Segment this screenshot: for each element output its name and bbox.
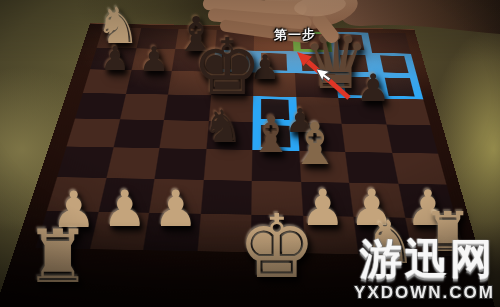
square-h3[interactable]	[392, 153, 447, 185]
square-b5[interactable]	[119, 94, 168, 120]
square-a5[interactable]	[75, 93, 125, 119]
square-h8[interactable]	[368, 33, 411, 54]
piece-white-bishop-f4[interactable]: ♝	[289, 115, 341, 173]
piece-black-pawn-g6[interactable]: ♟	[356, 69, 390, 107]
square-g3[interactable]	[345, 152, 398, 184]
finger	[203, 0, 308, 15]
piece-black-king-d6[interactable]: ♚	[192, 28, 262, 106]
piece-black-pawn-b7[interactable]: ♟	[139, 42, 169, 76]
piece-black-bishop-e4[interactable]: ♝	[249, 110, 294, 160]
square-a4[interactable]	[67, 119, 120, 148]
piece-white-rook-a1[interactable]: ♜	[25, 220, 90, 293]
piece-black-pawn-a7[interactable]: ♟	[100, 42, 130, 75]
square-a3[interactable]	[57, 146, 113, 178]
square-b4[interactable]	[113, 119, 164, 148]
piece-white-pawn-c2[interactable]: ♟	[154, 184, 199, 234]
square-c3[interactable]	[155, 148, 206, 180]
piece-black-knight-d4[interactable]: ♞	[203, 104, 243, 149]
watermark: 游迅网 YXDOWN.COM	[354, 231, 495, 303]
piece-white-king-e1[interactable]: ♚	[238, 203, 317, 291]
square-g4[interactable]	[342, 124, 392, 153]
piece-white-pawn-b2[interactable]: ♟	[103, 184, 148, 234]
watermark-site-url: YXDOWN.COM	[354, 283, 495, 303]
square-h4[interactable]	[386, 124, 438, 153]
tutorial-step-label: 第一步	[274, 26, 316, 44]
square-c4[interactable]	[159, 120, 208, 149]
watermark-site-name: 游迅网	[354, 231, 495, 287]
game-screenshot: ♞♝♟♟♟♛♚♟♟♞♝♝♟♟♟♟♟♟♜♞♚♜ 第一步 游迅网 YXDO	[0, 0, 500, 307]
square-d3[interactable]	[203, 149, 252, 181]
square-b3[interactable]	[106, 147, 160, 179]
